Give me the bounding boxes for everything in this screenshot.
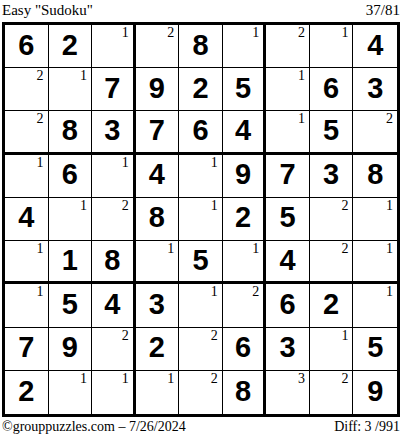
cell-digit: 6 xyxy=(280,290,296,319)
cell-r3c4: 7 xyxy=(136,111,180,154)
cell-digit: 2 xyxy=(323,290,339,319)
pencil-mark: 1 xyxy=(80,371,87,386)
cell-r3c6: 4 xyxy=(223,111,267,154)
cell-digit: 2 xyxy=(235,203,251,232)
cell-r1c2: 2 xyxy=(49,25,93,68)
footer: ©grouppuzzles.com – 7/26/2024 Diff: 3 /9… xyxy=(2,419,400,435)
cell-r8c5: 2 xyxy=(179,328,223,371)
cell-digit: 8 xyxy=(235,377,251,406)
cell-r1c5: 8 xyxy=(179,25,223,68)
cell-digit: 3 xyxy=(280,333,296,362)
pencil-mark: 1 xyxy=(211,198,218,213)
cell-r7c1: 1 xyxy=(5,284,49,327)
cell-r4c6: 9 xyxy=(223,155,267,198)
pencil-mark: 1 xyxy=(80,198,87,213)
pencil-mark: 1 xyxy=(167,371,174,386)
cell-digit: 5 xyxy=(62,290,78,319)
pencil-mark: 1 xyxy=(386,198,393,213)
cell-r3c2: 8 xyxy=(49,111,93,154)
cell-digit: 4 xyxy=(104,290,120,319)
pencil-mark: 1 xyxy=(37,241,44,256)
cell-r5c2: 1 xyxy=(49,198,93,241)
pencil-mark: 2 xyxy=(122,328,129,343)
pencil-mark: 1 xyxy=(37,284,44,299)
pencil-mark: 1 xyxy=(386,284,393,299)
pencil-mark: 1 xyxy=(298,111,305,126)
cell-r8c4: 2 xyxy=(136,328,180,371)
cell-digit: 3 xyxy=(149,290,165,319)
cell-r5c9: 1 xyxy=(353,198,397,241)
cell-digit: 4 xyxy=(149,160,165,189)
pencil-mark: 2 xyxy=(341,371,348,386)
cell-r1c3: 1 xyxy=(92,25,136,68)
cell-digit: 2 xyxy=(62,31,78,60)
cell-r8c6: 6 xyxy=(223,328,267,371)
cell-r4c2: 6 xyxy=(49,155,93,198)
cell-r7c3: 4 xyxy=(92,284,136,327)
cell-digit: 6 xyxy=(323,74,339,103)
cell-r7c9: 1 xyxy=(353,284,397,327)
pencil-mark: 2 xyxy=(167,25,174,40)
cell-digit: 4 xyxy=(367,31,383,60)
cell-digit: 8 xyxy=(192,31,208,60)
sudoku-board: 6212812142179251632837641521614197384128… xyxy=(2,22,400,417)
cell-r2c7: 1 xyxy=(266,68,310,111)
cell-r4c9: 8 xyxy=(353,155,397,198)
cell-digit: 2 xyxy=(192,74,208,103)
pencil-mark: 1 xyxy=(122,25,129,40)
cell-r6c2: 1 xyxy=(49,241,93,284)
pencil-mark: 1 xyxy=(80,68,87,83)
cell-r7c8: 2 xyxy=(310,284,354,327)
cell-r1c4: 2 xyxy=(136,25,180,68)
cell-r6c5: 5 xyxy=(179,241,223,284)
cell-r4c7: 7 xyxy=(266,155,310,198)
cell-r9c7: 3 xyxy=(266,371,310,414)
cell-r2c9: 3 xyxy=(353,68,397,111)
cell-r5c5: 1 xyxy=(179,198,223,241)
cell-r6c8: 2 xyxy=(310,241,354,284)
cell-r6c9: 1 xyxy=(353,241,397,284)
pencil-mark: 2 xyxy=(37,68,44,83)
cell-digit: 8 xyxy=(104,246,120,275)
pencil-mark: 1 xyxy=(386,241,393,256)
cell-r7c5: 1 xyxy=(179,284,223,327)
cell-digit: 5 xyxy=(192,246,208,275)
cell-r8c9: 5 xyxy=(353,328,397,371)
cell-r5c1: 4 xyxy=(5,198,49,241)
cell-r5c7: 5 xyxy=(266,198,310,241)
puzzle-title: Easy "Sudoku" xyxy=(2,1,93,19)
cell-digit: 3 xyxy=(323,160,339,189)
cell-r8c7: 3 xyxy=(266,328,310,371)
copyright-text: ©grouppuzzles.com – 7/26/2024 xyxy=(2,419,186,435)
cell-r9c6: 8 xyxy=(223,371,267,414)
cell-r6c3: 8 xyxy=(92,241,136,284)
cell-r8c3: 2 xyxy=(92,328,136,371)
cell-r2c4: 9 xyxy=(136,68,180,111)
cell-digit: 9 xyxy=(62,333,78,362)
pencil-mark: 1 xyxy=(252,25,259,40)
cell-r1c9: 4 xyxy=(353,25,397,68)
cell-digit: 3 xyxy=(367,74,383,103)
cell-digit: 6 xyxy=(235,333,251,362)
cell-r4c5: 1 xyxy=(179,155,223,198)
cell-r3c8: 5 xyxy=(310,111,354,154)
cell-digit: 6 xyxy=(192,116,208,145)
cell-digit: 7 xyxy=(280,160,296,189)
cell-digit: 6 xyxy=(62,160,78,189)
cell-r6c6: 1 xyxy=(223,241,267,284)
cell-r2c8: 6 xyxy=(310,68,354,111)
pencil-mark: 1 xyxy=(167,241,174,256)
cell-digit: 8 xyxy=(367,160,383,189)
cell-r8c8: 1 xyxy=(310,328,354,371)
cell-digit: 5 xyxy=(323,116,339,145)
pencil-mark: 1 xyxy=(298,68,305,83)
pencil-mark: 1 xyxy=(211,284,218,299)
cell-r1c6: 1 xyxy=(223,25,267,68)
cell-digit: 9 xyxy=(149,74,165,103)
cell-r6c4: 1 xyxy=(136,241,180,284)
cell-r7c4: 3 xyxy=(136,284,180,327)
cell-digit: 8 xyxy=(149,203,165,232)
cell-r7c2: 5 xyxy=(49,284,93,327)
cell-r4c4: 4 xyxy=(136,155,180,198)
pencil-mark: 1 xyxy=(252,241,259,256)
pencil-mark: 2 xyxy=(211,371,218,386)
cell-r4c1: 1 xyxy=(5,155,49,198)
cell-r1c1: 6 xyxy=(5,25,49,68)
cell-r2c3: 7 xyxy=(92,68,136,111)
cell-r3c1: 2 xyxy=(5,111,49,154)
cell-digit: 1 xyxy=(62,246,78,275)
pencil-mark: 2 xyxy=(211,328,218,343)
cell-r7c6: 2 xyxy=(223,284,267,327)
pencil-mark: 1 xyxy=(341,25,348,40)
cell-r9c2: 1 xyxy=(49,371,93,414)
cell-r2c6: 5 xyxy=(223,68,267,111)
cell-digit: 9 xyxy=(367,377,383,406)
cell-digit: 6 xyxy=(18,31,34,60)
pencil-mark: 1 xyxy=(122,371,129,386)
cell-r2c2: 1 xyxy=(49,68,93,111)
cell-digit: 9 xyxy=(235,160,251,189)
cell-digit: 7 xyxy=(149,116,165,145)
cell-r5c6: 2 xyxy=(223,198,267,241)
pencil-mark: 1 xyxy=(37,155,44,170)
pencil-mark: 2 xyxy=(341,198,348,213)
cell-digit: 2 xyxy=(18,377,34,406)
cell-digit: 2 xyxy=(149,333,165,362)
cell-digit: 4 xyxy=(235,116,251,145)
cell-r1c7: 2 xyxy=(266,25,310,68)
cell-r2c1: 2 xyxy=(5,68,49,111)
cell-digit: 7 xyxy=(104,74,120,103)
cell-r5c4: 8 xyxy=(136,198,180,241)
cell-r6c7: 4 xyxy=(266,241,310,284)
cell-r7c7: 6 xyxy=(266,284,310,327)
pencil-mark: 1 xyxy=(122,155,129,170)
cell-r8c1: 7 xyxy=(5,328,49,371)
cell-r9c8: 2 xyxy=(310,371,354,414)
pencil-mark: 2 xyxy=(298,25,305,40)
difficulty-text: Diff: 3 /991 xyxy=(334,419,400,435)
cell-digit: 4 xyxy=(280,246,296,275)
cell-r5c8: 2 xyxy=(310,198,354,241)
cell-r9c1: 2 xyxy=(5,371,49,414)
cell-r4c8: 3 xyxy=(310,155,354,198)
cell-r8c2: 9 xyxy=(49,328,93,371)
cell-digit: 3 xyxy=(104,116,120,145)
cell-r9c3: 1 xyxy=(92,371,136,414)
header: Easy "Sudoku" 37/81 xyxy=(2,1,400,19)
pencil-mark: 2 xyxy=(341,241,348,256)
cell-r1c8: 1 xyxy=(310,25,354,68)
cell-digit: 8 xyxy=(62,116,78,145)
cell-r4c3: 1 xyxy=(92,155,136,198)
cell-r5c3: 2 xyxy=(92,198,136,241)
cell-digit: 5 xyxy=(367,333,383,362)
pencil-mark: 3 xyxy=(298,371,305,386)
sudoku-page: Easy "Sudoku" 37/81 62128121421792516328… xyxy=(0,0,402,437)
fill-progress: 37/81 xyxy=(366,1,400,19)
cell-r3c9: 2 xyxy=(353,111,397,154)
pencil-mark: 2 xyxy=(122,198,129,213)
cell-digit: 5 xyxy=(235,74,251,103)
cell-r2c5: 2 xyxy=(179,68,223,111)
cell-r3c7: 1 xyxy=(266,111,310,154)
cell-r9c5: 2 xyxy=(179,371,223,414)
pencil-mark: 2 xyxy=(386,111,393,126)
cell-r9c4: 1 xyxy=(136,371,180,414)
pencil-mark: 2 xyxy=(252,284,259,299)
pencil-mark: 1 xyxy=(211,155,218,170)
pencil-mark: 1 xyxy=(341,328,348,343)
cell-digit: 5 xyxy=(280,203,296,232)
cell-r3c3: 3 xyxy=(92,111,136,154)
cell-r3c5: 6 xyxy=(179,111,223,154)
pencil-mark: 2 xyxy=(37,111,44,126)
cell-r6c1: 1 xyxy=(5,241,49,284)
cell-digit: 4 xyxy=(18,203,34,232)
cell-digit: 7 xyxy=(18,333,34,362)
cell-r9c9: 9 xyxy=(353,371,397,414)
